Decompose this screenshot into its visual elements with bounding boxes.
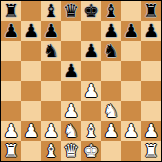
square-a1[interactable]: ♜ (1, 141, 21, 161)
square-b3[interactable] (21, 101, 41, 121)
square-d3[interactable]: ♟ (61, 101, 81, 121)
square-g8[interactable] (121, 1, 141, 21)
piece-black-rook[interactable]: ♜ (143, 1, 159, 21)
square-h1[interactable]: ♜ (141, 141, 161, 161)
square-d4[interactable] (61, 81, 81, 101)
piece-black-queen[interactable]: ♛ (63, 1, 79, 21)
square-g3[interactable] (121, 101, 141, 121)
square-c2[interactable]: ♟ (41, 121, 61, 141)
square-a3[interactable] (1, 101, 21, 121)
square-b8[interactable] (21, 1, 41, 21)
square-e7[interactable] (81, 21, 101, 41)
piece-white-king[interactable]: ♚ (83, 141, 99, 161)
piece-black-pawn[interactable]: ♟ (103, 21, 119, 41)
square-a6[interactable] (1, 41, 21, 61)
square-h2[interactable]: ♟ (141, 121, 161, 141)
piece-white-pawn[interactable]: ♟ (143, 121, 159, 141)
piece-white-pawn[interactable]: ♟ (83, 81, 99, 101)
piece-black-pawn[interactable]: ♟ (143, 21, 159, 41)
piece-black-pawn[interactable]: ♟ (83, 41, 99, 61)
piece-black-pawn[interactable]: ♟ (123, 21, 139, 41)
square-f7[interactable]: ♟ (101, 21, 121, 41)
square-g2[interactable]: ♟ (121, 121, 141, 141)
square-c4[interactable] (41, 81, 61, 101)
piece-white-queen[interactable]: ♛ (63, 141, 79, 161)
square-f5[interactable] (101, 61, 121, 81)
square-c6[interactable]: ♞ (41, 41, 61, 61)
piece-white-bishop[interactable]: ♝ (83, 121, 99, 141)
square-b2[interactable]: ♟ (21, 121, 41, 141)
square-d6[interactable] (61, 41, 81, 61)
piece-white-pawn[interactable]: ♟ (123, 121, 139, 141)
square-f2[interactable]: ♟ (101, 121, 121, 141)
piece-black-king[interactable]: ♚ (83, 1, 99, 21)
square-e4[interactable]: ♟ (81, 81, 101, 101)
square-b6[interactable] (21, 41, 41, 61)
square-d5[interactable]: ♟ (61, 61, 81, 81)
square-e8[interactable]: ♚ (81, 1, 101, 21)
square-h5[interactable] (141, 61, 161, 81)
square-c8[interactable]: ♝ (41, 1, 61, 21)
square-f6[interactable]: ♞ (101, 41, 121, 61)
piece-black-knight[interactable]: ♞ (103, 41, 119, 61)
square-h3[interactable] (141, 101, 161, 121)
piece-black-bishop[interactable]: ♝ (103, 1, 119, 21)
square-e2[interactable]: ♝ (81, 121, 101, 141)
square-h6[interactable] (141, 41, 161, 61)
piece-white-pawn[interactable]: ♟ (3, 121, 19, 141)
piece-black-pawn[interactable]: ♟ (63, 61, 79, 81)
square-g6[interactable] (121, 41, 141, 61)
piece-black-knight[interactable]: ♞ (43, 41, 59, 61)
piece-white-rook[interactable]: ♜ (143, 141, 159, 161)
square-g1[interactable] (121, 141, 141, 161)
square-e3[interactable] (81, 101, 101, 121)
square-f1[interactable] (101, 141, 121, 161)
square-g7[interactable]: ♟ (121, 21, 141, 41)
square-a2[interactable]: ♟ (1, 121, 21, 141)
square-h4[interactable] (141, 81, 161, 101)
piece-black-bishop[interactable]: ♝ (43, 1, 59, 21)
square-d1[interactable]: ♛ (61, 141, 81, 161)
square-d7[interactable] (61, 21, 81, 41)
piece-black-pawn[interactable]: ♟ (3, 21, 19, 41)
piece-white-pawn[interactable]: ♟ (23, 121, 39, 141)
square-a8[interactable]: ♜ (1, 1, 21, 21)
square-c3[interactable] (41, 101, 61, 121)
square-h8[interactable]: ♜ (141, 1, 161, 21)
square-a5[interactable] (1, 61, 21, 81)
square-c5[interactable] (41, 61, 61, 81)
chess-board-frame: ♜♝♛♚♝♜♟♟♟♟♟♟♞♟♞♟♟♟♞♟♟♟♞♝♟♟♟♜♝♛♚♜ (0, 0, 162, 162)
square-f8[interactable]: ♝ (101, 1, 121, 21)
piece-white-pawn[interactable]: ♟ (63, 101, 79, 121)
piece-white-pawn[interactable]: ♟ (43, 121, 59, 141)
piece-white-knight[interactable]: ♞ (63, 121, 79, 141)
chess-board: ♜♝♛♚♝♜♟♟♟♟♟♟♞♟♞♟♟♟♞♟♟♟♞♝♟♟♟♜♝♛♚♜ (1, 1, 161, 161)
piece-black-pawn[interactable]: ♟ (43, 21, 59, 41)
square-b7[interactable]: ♟ (21, 21, 41, 41)
square-b4[interactable] (21, 81, 41, 101)
square-d2[interactable]: ♞ (61, 121, 81, 141)
square-e5[interactable] (81, 61, 101, 81)
square-e6[interactable]: ♟ (81, 41, 101, 61)
square-c7[interactable]: ♟ (41, 21, 61, 41)
square-h7[interactable]: ♟ (141, 21, 161, 41)
piece-white-bishop[interactable]: ♝ (43, 141, 59, 161)
square-d8[interactable]: ♛ (61, 1, 81, 21)
piece-white-pawn[interactable]: ♟ (103, 121, 119, 141)
piece-black-pawn[interactable]: ♟ (23, 21, 39, 41)
square-g5[interactable] (121, 61, 141, 81)
piece-white-knight[interactable]: ♞ (103, 101, 119, 121)
piece-black-rook[interactable]: ♜ (3, 1, 19, 21)
square-e1[interactable]: ♚ (81, 141, 101, 161)
square-b5[interactable] (21, 61, 41, 81)
square-f4[interactable] (101, 81, 121, 101)
square-f3[interactable]: ♞ (101, 101, 121, 121)
square-b1[interactable] (21, 141, 41, 161)
square-a4[interactable] (1, 81, 21, 101)
square-a7[interactable]: ♟ (1, 21, 21, 41)
square-c1[interactable]: ♝ (41, 141, 61, 161)
piece-white-rook[interactable]: ♜ (3, 141, 19, 161)
square-g4[interactable] (121, 81, 141, 101)
